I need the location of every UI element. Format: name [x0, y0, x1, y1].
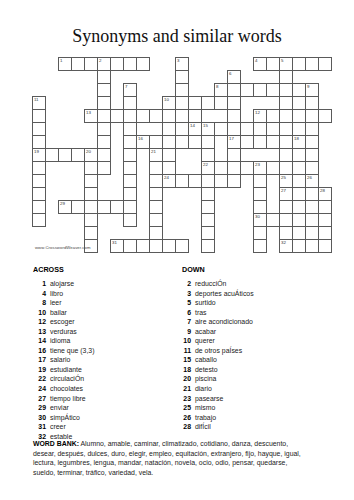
grid-cell[interactable] [227, 83, 241, 97]
clue-item-number: 26 [178, 414, 191, 421]
clue-item-text: libro [50, 290, 63, 297]
clue-number: 17 [229, 136, 234, 141]
grid-cell[interactable] [97, 200, 111, 214]
clue-item-number: 13 [33, 328, 46, 335]
clue-item-text: leer [50, 299, 62, 306]
grid-cell[interactable] [84, 226, 98, 240]
clue-item: 10querer [178, 337, 254, 347]
grid-cell[interactable] [188, 135, 202, 149]
grid-cell[interactable]: 9 [305, 83, 319, 97]
grid-cell[interactable] [97, 148, 111, 162]
grid-cell[interactable] [279, 135, 293, 149]
clue-item: 18detesto [178, 366, 254, 376]
grid-cell[interactable] [305, 122, 319, 136]
clue-item: 20piscina [178, 375, 254, 385]
grid-cell[interactable] [266, 161, 280, 175]
word-bank-label: WORD BANK: [33, 440, 79, 447]
clue-number: 15 [203, 123, 208, 128]
grid-cell[interactable] [123, 109, 137, 123]
grid-cell[interactable]: 13 [84, 109, 98, 123]
grid-cell[interactable] [123, 135, 137, 149]
clue-item-number: 3 [178, 290, 191, 297]
clue-item-text: circulaciÓn [50, 375, 84, 382]
clue-number: 25 [281, 175, 286, 180]
clue-item: 27tiempo libre [33, 395, 94, 405]
grid-cell[interactable] [175, 70, 189, 84]
clue-item: 1alojarse [33, 280, 94, 290]
clue-item: 22circulaciÓn [33, 375, 94, 385]
clue-number: 11 [34, 97, 39, 102]
grid-cell[interactable] [84, 57, 98, 71]
clue-item-number: 19 [33, 366, 46, 373]
clue-number: 12 [255, 110, 260, 115]
grid-cell[interactable] [227, 96, 241, 110]
clue-number: 16 [138, 136, 143, 141]
clue-number: 6 [229, 71, 231, 76]
grid-cell[interactable] [149, 109, 163, 123]
grid-cell[interactable] [318, 57, 332, 71]
clue-number: 2 [99, 58, 101, 63]
clue-number: 23 [255, 162, 260, 167]
grid-cell[interactable] [292, 148, 306, 162]
across-clue-list: 1alojarse4libro8leer10bailar12escoger13v… [33, 280, 94, 442]
grid-cell[interactable] [84, 174, 98, 188]
clue-number: 8 [216, 84, 218, 89]
grid-cell[interactable] [45, 148, 59, 162]
grid-cell[interactable]: 5 [279, 57, 293, 71]
clue-number: 21 [151, 149, 156, 154]
grid-cell[interactable] [227, 109, 241, 123]
clue-item-number: 28 [178, 423, 191, 430]
grid-cell[interactable] [292, 83, 306, 97]
clue-item-text: verduras [50, 328, 77, 335]
down-clue-list: 2reducciÓn3deportes acuÁticos5surtido6tr… [178, 280, 254, 433]
clue-item: 7aire acondicionado [178, 318, 254, 328]
clue-item: 2reducciÓn [178, 280, 254, 290]
grid-cell[interactable]: 3 [175, 57, 189, 71]
grid-cell[interactable] [175, 174, 189, 188]
grid-cell[interactable] [149, 226, 163, 240]
grid-cell[interactable] [240, 122, 254, 136]
grid-cell[interactable] [123, 239, 137, 253]
clue-item: 28difÍcil [178, 423, 254, 433]
grid-cell[interactable] [123, 161, 137, 175]
clue-item-text: estudiante [50, 366, 82, 373]
grid-cell[interactable] [305, 109, 319, 123]
grid-cell[interactable]: 2 [97, 57, 111, 71]
clue-item-text: simpÁtico [50, 414, 80, 421]
clue-item-text: mismo [195, 404, 215, 411]
grid-cell[interactable] [149, 187, 163, 201]
grid-cell[interactable] [123, 148, 137, 162]
clue-item-text: enviar [50, 404, 69, 411]
clue-number: 32 [281, 240, 286, 245]
grid-cell[interactable] [253, 83, 267, 97]
grid-cell[interactable] [266, 213, 280, 227]
clue-item-text: chocolates [50, 385, 83, 392]
clue-item-number: 7 [178, 318, 191, 325]
clue-number: 29 [60, 201, 65, 206]
clue-item-text: tras [195, 309, 207, 316]
clue-item-text: pasearse [195, 395, 223, 402]
clue-item-number: 23 [178, 395, 191, 402]
page-title: Synonyms and similar words [0, 26, 354, 47]
grid-cell[interactable] [279, 122, 293, 136]
clue-item-number: 31 [33, 423, 46, 430]
grid-cell[interactable] [305, 161, 319, 175]
grid-cell[interactable]: 14 [188, 122, 202, 136]
grid-cell[interactable] [201, 187, 215, 201]
grid-cell[interactable]: 1 [58, 57, 72, 71]
grid-cell[interactable] [110, 200, 124, 214]
clue-item: 9acabar [178, 328, 254, 338]
grid-cell[interactable]: 16 [136, 135, 150, 149]
grid-cell[interactable] [305, 148, 319, 162]
grid-cell[interactable] [318, 239, 332, 253]
grid-cell[interactable] [201, 148, 215, 162]
grid-cell[interactable] [214, 122, 228, 136]
grid-cell[interactable] [318, 200, 332, 214]
clue-item: 21diario [178, 385, 254, 395]
grid-cell[interactable] [71, 57, 85, 71]
clue-item-text: creer [50, 423, 66, 430]
clue-item-number: 25 [178, 404, 191, 411]
grid-cell[interactable] [266, 135, 280, 149]
grid-cell[interactable] [253, 200, 267, 214]
clue-item-text: escoger [50, 318, 75, 325]
grid-cell[interactable] [305, 96, 319, 110]
grid-cell[interactable]: 31 [110, 239, 124, 253]
grid-cell[interactable] [292, 174, 306, 188]
grid-cell[interactable]: 19 [32, 148, 46, 162]
grid-cell[interactable] [227, 122, 241, 136]
grid-cell[interactable] [227, 148, 241, 162]
grid-cell[interactable] [175, 83, 189, 97]
grid-cell[interactable] [201, 96, 215, 110]
grid-cell[interactable] [149, 135, 163, 149]
grid-cell[interactable] [175, 96, 189, 110]
grid-cell[interactable] [136, 239, 150, 253]
clue-item-number: 17 [33, 356, 46, 363]
clue-number: 22 [203, 162, 208, 167]
grid-cell[interactable] [32, 135, 46, 149]
grid-cell[interactable] [318, 109, 332, 123]
grid-cell[interactable] [110, 57, 124, 71]
grid-cell[interactable] [84, 161, 98, 175]
grid-cell[interactable] [123, 213, 137, 227]
clue-item-text: tiene que (3,3) [50, 347, 94, 354]
clue-item-text: difÍcil [195, 423, 211, 430]
grid-cell[interactable] [162, 122, 176, 136]
word-bank-line: desear, después, dulces, duro, elegir, e… [33, 450, 301, 457]
clue-item-number: 20 [178, 375, 191, 382]
clue-item: 15caballo [178, 356, 254, 366]
grid-cell[interactable] [71, 148, 85, 162]
grid-cell[interactable] [123, 57, 137, 71]
grid-cell[interactable] [201, 213, 215, 227]
grid-cell[interactable] [71, 200, 85, 214]
grid-cell[interactable]: 22 [201, 161, 215, 175]
clue-item-text: aire acondicionado [195, 318, 253, 325]
word-bank-line: lectura, legumbres, lengua, mandar, nata… [33, 459, 287, 466]
grid-cell[interactable] [136, 109, 150, 123]
grid-cell[interactable] [162, 161, 176, 175]
grid-cell[interactable]: 26 [305, 174, 319, 188]
clue-item: 3deportes acuÁticos [178, 290, 254, 300]
clue-item-number: 21 [178, 385, 191, 392]
clue-item: 23pasearse [178, 395, 254, 405]
clue-item-text: reducciÓn [195, 280, 226, 287]
grid-cell[interactable] [149, 161, 163, 175]
clue-item-number: 10 [178, 337, 191, 344]
grid-cell[interactable] [305, 239, 319, 253]
clue-number: 3 [177, 58, 179, 63]
grid-cell[interactable] [32, 122, 46, 136]
grid-cell[interactable] [279, 109, 293, 123]
grid-cell[interactable]: 23 [253, 161, 267, 175]
clue-item-number: 29 [33, 404, 46, 411]
grid-cell[interactable] [253, 226, 267, 240]
grid-cell[interactable] [97, 96, 111, 110]
grid-cell[interactable] [188, 109, 202, 123]
clue-number: 4 [255, 58, 257, 63]
grid-cell[interactable]: 6 [227, 70, 241, 84]
grid-cell[interactable] [162, 239, 176, 253]
grid-cell[interactable]: 15 [201, 122, 215, 136]
grid-cell[interactable] [32, 161, 46, 175]
clue-item-number: 6 [178, 309, 191, 316]
grid-cell[interactable] [188, 96, 202, 110]
clue-item: 14idioma [33, 337, 94, 347]
grid-cell[interactable] [149, 174, 163, 188]
grid-cell[interactable] [266, 109, 280, 123]
clue-item: 13verduras [33, 328, 94, 338]
grid-cell[interactable] [305, 57, 319, 71]
grid-cell[interactable] [305, 135, 319, 149]
clue-item-text: bailar [50, 309, 67, 316]
grid-cell[interactable] [227, 161, 241, 175]
word-bank-line: Alumno, amable, caminar, climatizado, co… [80, 440, 288, 447]
grid-cell[interactable] [97, 135, 111, 149]
grid-cell[interactable] [123, 174, 137, 188]
grid-cell[interactable]: 30 [253, 213, 267, 227]
grid-cell[interactable] [279, 226, 293, 240]
grid-cell[interactable] [58, 148, 72, 162]
grid-cell[interactable] [305, 213, 319, 227]
clue-number: 10 [164, 97, 169, 102]
grid-cell[interactable] [123, 200, 137, 214]
grid-cell[interactable] [32, 213, 46, 227]
clue-number: 18 [294, 136, 299, 141]
clue-number: 26 [307, 175, 312, 180]
grid-cell[interactable] [240, 135, 254, 149]
clue-item: 25mismo [178, 404, 254, 414]
word-bank-line: sueldo, terminar, tráfico, variedad, vel… [33, 469, 153, 476]
clue-item-text: salario [50, 356, 70, 363]
grid-cell[interactable] [175, 109, 189, 123]
clue-item-number: 1 [33, 280, 46, 287]
grid-cell[interactable]: 32 [279, 239, 293, 253]
grid-cell[interactable] [318, 226, 332, 240]
grid-cell[interactable]: 17 [227, 135, 241, 149]
grid-cell[interactable] [123, 96, 137, 110]
grid-cell[interactable] [253, 239, 267, 253]
grid-cell[interactable]: 24 [162, 174, 176, 188]
clue-number: 9 [307, 84, 309, 89]
grid-cell[interactable]: 28 [318, 187, 332, 201]
grid-cell[interactable] [201, 200, 215, 214]
across-header: ACROSS [33, 265, 64, 274]
grid-cell[interactable]: 25 [279, 174, 293, 188]
grid-cell[interactable] [266, 83, 280, 97]
grid-cell[interactable] [149, 213, 163, 227]
grid-cell[interactable] [97, 122, 111, 136]
grid-cell[interactable]: 7 [123, 83, 137, 97]
grid-cell[interactable] [162, 135, 176, 149]
grid-cell[interactable] [32, 200, 46, 214]
clue-number: 1 [60, 58, 62, 63]
clue-item: 6tras [178, 309, 254, 319]
word-bank: WORD BANK: Alumno, amable, caminar, clim… [33, 439, 327, 477]
clue-item-number: 16 [33, 347, 46, 354]
grid-cell[interactable] [279, 70, 293, 84]
grid-cell[interactable] [266, 57, 280, 71]
grid-cell[interactable] [292, 109, 306, 123]
clue-item: 11de otros paÍses [178, 347, 254, 357]
grid-cell[interactable] [292, 187, 306, 201]
clue-item-number: 22 [33, 375, 46, 382]
grid-cell[interactable] [214, 161, 228, 175]
clue-item-text: acabar [195, 328, 216, 335]
grid-cell[interactable] [253, 187, 267, 201]
clue-item: 12escoger [33, 318, 94, 328]
grid-cell[interactable] [240, 83, 254, 97]
grid-cell[interactable] [240, 161, 254, 175]
clue-item-number: 10 [33, 309, 46, 316]
grid-cell[interactable] [149, 239, 163, 253]
clue-item-text: caballo [195, 356, 217, 363]
worksheet-page: Synonyms and similar words 1234567891110… [0, 0, 354, 500]
grid-cell[interactable] [318, 213, 332, 227]
grid-cell[interactable]: 29 [58, 200, 72, 214]
grid-cell[interactable] [279, 148, 293, 162]
grid-cell[interactable]: 20 [84, 148, 98, 162]
clue-number: 5 [281, 58, 283, 63]
grid-cell[interactable] [305, 226, 319, 240]
grid-cell[interactable] [253, 135, 267, 149]
clue-number: 24 [164, 175, 169, 180]
clue-number: 19 [34, 149, 39, 154]
grid-cell[interactable]: 11 [32, 96, 46, 110]
grid-cell[interactable] [214, 174, 228, 188]
grid-cell[interactable] [162, 109, 176, 123]
clue-item-number: 24 [33, 385, 46, 392]
grid-cell[interactable] [227, 174, 241, 188]
grid-cell[interactable] [32, 174, 46, 188]
clue-item: 30simpÁtico [33, 414, 94, 424]
grid-cell[interactable]: 12 [253, 109, 267, 123]
grid-cell[interactable] [97, 109, 111, 123]
site-credit: www.CrosswordWeaver.com [35, 245, 91, 250]
clue-item-number: 4 [33, 290, 46, 297]
clue-item-number: 12 [33, 318, 46, 325]
clue-item-text: detesto [195, 366, 218, 373]
clue-item-text: diario [195, 385, 212, 392]
grid-cell[interactable] [175, 135, 189, 149]
clue-number: 27 [281, 188, 286, 193]
clue-number: 20 [86, 149, 91, 154]
grid-cell[interactable] [201, 135, 215, 149]
grid-cell[interactable] [279, 161, 293, 175]
clue-number: 28 [320, 188, 325, 193]
grid-cell[interactable]: 4 [253, 57, 267, 71]
clue-item-number: 30 [33, 414, 46, 421]
grid-cell[interactable] [279, 83, 293, 97]
clue-item-text: trabajo [195, 414, 216, 421]
grid-cell[interactable] [84, 200, 98, 214]
grid-cell[interactable] [32, 187, 46, 201]
grid-cell[interactable] [84, 213, 98, 227]
grid-cell[interactable] [97, 70, 111, 84]
grid-cell[interactable] [292, 239, 306, 253]
grid-cell[interactable] [110, 109, 124, 123]
crossword-grid: 1234567891110131214151617181920212223242… [32, 57, 344, 252]
grid-cell[interactable] [279, 213, 293, 227]
grid-cell[interactable]: 10 [162, 96, 176, 110]
grid-cell[interactable]: 8 [214, 83, 228, 97]
clue-item-number: 11 [178, 347, 191, 354]
grid-cell[interactable] [201, 226, 215, 240]
clue-item-text: querer [195, 337, 215, 344]
grid-cell[interactable] [123, 122, 137, 136]
grid-cell[interactable] [279, 200, 293, 214]
grid-cell[interactable] [305, 187, 319, 201]
grid-cell[interactable]: 18 [292, 135, 306, 149]
grid-cell[interactable] [201, 239, 215, 253]
clue-item: 16tiene que (3,3) [33, 347, 94, 357]
grid-cell[interactable] [292, 161, 306, 175]
grid-cell[interactable]: 27 [279, 187, 293, 201]
grid-cell[interactable] [162, 148, 176, 162]
grid-cell[interactable] [97, 161, 111, 175]
grid-cell[interactable] [188, 174, 202, 188]
clue-item: 8leer [33, 299, 94, 309]
clue-item-number: 18 [178, 366, 191, 373]
clue-item: 26trabajo [178, 414, 254, 424]
grid-cell[interactable]: 21 [149, 148, 163, 162]
clue-number: 31 [112, 240, 117, 245]
grid-cell[interactable] [32, 109, 46, 123]
grid-cell[interactable] [175, 239, 189, 253]
grid-cell[interactable] [136, 57, 150, 71]
grid-cell[interactable] [253, 122, 267, 136]
grid-cell[interactable] [84, 187, 98, 201]
grid-cell[interactable] [97, 83, 111, 97]
grid-cell[interactable] [253, 174, 267, 188]
grid-cell[interactable] [279, 96, 293, 110]
clue-number: 14 [190, 123, 195, 128]
grid-cell[interactable] [201, 174, 215, 188]
grid-cell[interactable] [149, 200, 163, 214]
grid-cell[interactable] [292, 213, 306, 227]
clue-item: 5surtido [178, 299, 254, 309]
grid-cell[interactable] [292, 57, 306, 71]
grid-cell[interactable] [214, 96, 228, 110]
grid-cell[interactable] [123, 187, 137, 201]
clue-item-number: 27 [33, 395, 46, 402]
clue-item-text: piscina [195, 375, 216, 382]
grid-cell[interactable] [305, 200, 319, 214]
